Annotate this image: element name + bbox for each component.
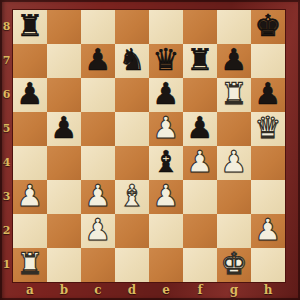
- file-label-g: g: [217, 283, 251, 297]
- black-pawn-icon: ♟: [187, 111, 214, 145]
- square-g4[interactable]: ♟: [217, 146, 251, 180]
- black-rook-icon: ♜: [17, 9, 44, 43]
- square-c4[interactable]: [81, 146, 115, 180]
- square-h7[interactable]: [251, 44, 285, 78]
- square-a5[interactable]: [13, 112, 47, 146]
- square-c5[interactable]: [81, 112, 115, 146]
- square-f8[interactable]: [183, 10, 217, 44]
- square-a1[interactable]: ♜: [13, 248, 47, 282]
- white-pawn-icon: ♟: [153, 179, 180, 213]
- rank-label-8: 8: [0, 10, 13, 44]
- white-queen-icon: ♛: [255, 111, 282, 145]
- file-label-c: c: [81, 283, 115, 297]
- square-f1[interactable]: [183, 248, 217, 282]
- square-d6[interactable]: [115, 78, 149, 112]
- white-bishop-icon: ♝: [119, 179, 146, 213]
- rank-label-7: 7: [0, 44, 13, 78]
- black-bishop-icon: ♝: [153, 145, 180, 179]
- white-pawn-icon: ♟: [255, 213, 282, 247]
- black-knight-icon: ♞: [119, 43, 146, 77]
- square-a4[interactable]: [13, 146, 47, 180]
- white-pawn-icon: ♟: [17, 179, 44, 213]
- file-label-d: d: [115, 283, 149, 297]
- square-a2[interactable]: [13, 214, 47, 248]
- square-h1[interactable]: [251, 248, 285, 282]
- square-f5[interactable]: ♟: [183, 112, 217, 146]
- square-e2[interactable]: [149, 214, 183, 248]
- file-label-a: a: [13, 283, 47, 297]
- black-rook-icon: ♜: [187, 43, 214, 77]
- black-pawn-icon: ♟: [153, 77, 180, 111]
- square-b7[interactable]: [47, 44, 81, 78]
- white-pawn-icon: ♟: [153, 111, 180, 145]
- file-label-b: b: [47, 283, 81, 297]
- square-f4[interactable]: ♟: [183, 146, 217, 180]
- square-g5[interactable]: [217, 112, 251, 146]
- square-g2[interactable]: [217, 214, 251, 248]
- square-h8[interactable]: ♚: [251, 10, 285, 44]
- white-king-icon: ♚: [221, 247, 248, 281]
- black-king-icon: ♚: [255, 9, 282, 43]
- white-pawn-icon: ♟: [85, 213, 112, 247]
- square-c1[interactable]: [81, 248, 115, 282]
- square-g1[interactable]: ♚: [217, 248, 251, 282]
- rank-label-2: 2: [0, 214, 13, 248]
- square-d2[interactable]: [115, 214, 149, 248]
- square-f2[interactable]: [183, 214, 217, 248]
- square-e6[interactable]: ♟: [149, 78, 183, 112]
- chess-board: ♜♚♟♞♛♜♟♟♟♜♟♟♟♟♛♝♟♟♟♟♝♟♟♟♜♚: [13, 10, 285, 282]
- square-d8[interactable]: [115, 10, 149, 44]
- square-c3[interactable]: ♟: [81, 180, 115, 214]
- square-f7[interactable]: ♜: [183, 44, 217, 78]
- square-c6[interactable]: [81, 78, 115, 112]
- rank-label-5: 5: [0, 112, 13, 146]
- square-h2[interactable]: ♟: [251, 214, 285, 248]
- square-e3[interactable]: ♟: [149, 180, 183, 214]
- file-label-h: h: [251, 283, 285, 297]
- square-g6[interactable]: ♜: [217, 78, 251, 112]
- file-labels: abcdefgh: [13, 283, 285, 300]
- square-b2[interactable]: [47, 214, 81, 248]
- square-d4[interactable]: [115, 146, 149, 180]
- square-f3[interactable]: [183, 180, 217, 214]
- square-b5[interactable]: ♟: [47, 112, 81, 146]
- rank-labels: 87654321: [0, 10, 13, 282]
- square-b6[interactable]: [47, 78, 81, 112]
- white-pawn-icon: ♟: [187, 145, 214, 179]
- square-a7[interactable]: [13, 44, 47, 78]
- square-b3[interactable]: [47, 180, 81, 214]
- square-h4[interactable]: [251, 146, 285, 180]
- black-pawn-icon: ♟: [221, 43, 248, 77]
- square-g7[interactable]: ♟: [217, 44, 251, 78]
- square-e7[interactable]: ♛: [149, 44, 183, 78]
- square-e4[interactable]: ♝: [149, 146, 183, 180]
- square-g3[interactable]: [217, 180, 251, 214]
- square-d5[interactable]: [115, 112, 149, 146]
- square-a8[interactable]: ♜: [13, 10, 47, 44]
- square-c2[interactable]: ♟: [81, 214, 115, 248]
- square-d3[interactable]: ♝: [115, 180, 149, 214]
- square-b1[interactable]: [47, 248, 81, 282]
- black-pawn-icon: ♟: [51, 111, 78, 145]
- square-d1[interactable]: [115, 248, 149, 282]
- white-rook-icon: ♜: [221, 77, 248, 111]
- square-f6[interactable]: [183, 78, 217, 112]
- white-rook-icon: ♜: [17, 247, 44, 281]
- rank-label-1: 1: [0, 248, 13, 282]
- square-e8[interactable]: [149, 10, 183, 44]
- square-d7[interactable]: ♞: [115, 44, 149, 78]
- square-c8[interactable]: [81, 10, 115, 44]
- square-g8[interactable]: [217, 10, 251, 44]
- black-pawn-icon: ♟: [85, 43, 112, 77]
- file-label-e: e: [149, 283, 183, 297]
- rank-label-6: 6: [0, 78, 13, 112]
- white-pawn-icon: ♟: [221, 145, 248, 179]
- square-h3[interactable]: [251, 180, 285, 214]
- square-a3[interactable]: ♟: [13, 180, 47, 214]
- square-e5[interactable]: ♟: [149, 112, 183, 146]
- square-c7[interactable]: ♟: [81, 44, 115, 78]
- black-pawn-icon: ♟: [255, 77, 282, 111]
- square-e1[interactable]: [149, 248, 183, 282]
- white-pawn-icon: ♟: [85, 179, 112, 213]
- square-h6[interactable]: ♟: [251, 78, 285, 112]
- square-b8[interactable]: [47, 10, 81, 44]
- square-b4[interactable]: [47, 146, 81, 180]
- file-label-f: f: [183, 283, 217, 297]
- square-a6[interactable]: ♟: [13, 78, 47, 112]
- black-queen-icon: ♛: [153, 43, 180, 77]
- black-pawn-icon: ♟: [17, 77, 44, 111]
- square-h5[interactable]: ♛: [251, 112, 285, 146]
- rank-label-3: 3: [0, 180, 13, 214]
- board-frame: 87654321 ♜♚♟♞♛♜♟♟♟♜♟♟♟♟♛♝♟♟♟♟♝♟♟♟♜♚ abcd…: [0, 0, 300, 300]
- rank-label-4: 4: [0, 146, 13, 180]
